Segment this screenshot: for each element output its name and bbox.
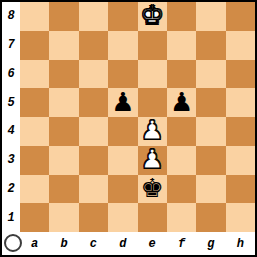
square-e1[interactable] [138,203,167,232]
chess-diagram: 87654321 ♚♟♟♟♟♚ abcdefgh [0,0,257,257]
square-g8[interactable] [196,2,225,31]
piece-black-pawn[interactable]: ♟ [111,89,134,115]
square-a2[interactable] [20,175,49,204]
square-e6[interactable] [138,60,167,89]
file-label-f: f [167,232,196,255]
board: ♚♟♟♟♟♚ [20,2,255,232]
square-d3[interactable] [108,146,137,175]
square-e5[interactable] [138,88,167,117]
square-c1[interactable] [79,203,108,232]
square-e7[interactable] [138,31,167,60]
square-f1[interactable] [167,203,196,232]
rank-label-4: 4 [2,117,20,146]
square-d7[interactable] [108,31,137,60]
square-f7[interactable] [167,31,196,60]
square-c5[interactable] [79,88,108,117]
square-h2[interactable] [226,175,255,204]
piece-black-pawn[interactable]: ♟ [170,89,193,115]
square-a3[interactable] [20,146,49,175]
file-label-h: h [226,232,255,255]
square-d8[interactable] [108,2,137,31]
square-g4[interactable] [196,117,225,146]
square-b1[interactable] [49,203,78,232]
square-e2[interactable]: ♚ [138,175,167,204]
square-d5[interactable]: ♟ [108,88,137,117]
square-g7[interactable] [196,31,225,60]
file-label-e: e [138,232,167,255]
piece-black-king[interactable]: ♚ [141,175,164,201]
square-f8[interactable] [167,2,196,31]
rank-label-8: 8 [2,2,20,31]
square-b3[interactable] [49,146,78,175]
piece-white-king[interactable]: ♚ [141,2,164,28]
square-g1[interactable] [196,203,225,232]
file-label-b: b [49,232,78,255]
file-label-a: a [20,232,49,255]
square-c7[interactable] [79,31,108,60]
white-to-move-indicator [4,234,22,252]
square-a8[interactable] [20,2,49,31]
square-h8[interactable] [226,2,255,31]
square-c8[interactable] [79,2,108,31]
square-c6[interactable] [79,60,108,89]
square-f5[interactable]: ♟ [167,88,196,117]
square-h7[interactable] [226,31,255,60]
square-a6[interactable] [20,60,49,89]
square-c3[interactable] [79,146,108,175]
square-b7[interactable] [49,31,78,60]
square-h4[interactable] [226,117,255,146]
rank-labels: 87654321 [2,2,20,232]
square-h5[interactable] [226,88,255,117]
square-d2[interactable] [108,175,137,204]
rank-label-1: 1 [2,203,20,232]
square-g2[interactable] [196,175,225,204]
piece-white-pawn[interactable]: ♟ [141,117,164,143]
file-label-c: c [79,232,108,255]
square-d6[interactable] [108,60,137,89]
square-a5[interactable] [20,88,49,117]
square-g6[interactable] [196,60,225,89]
square-b5[interactable] [49,88,78,117]
square-f6[interactable] [167,60,196,89]
square-d1[interactable] [108,203,137,232]
square-a4[interactable] [20,117,49,146]
square-c2[interactable] [79,175,108,204]
square-d4[interactable] [108,117,137,146]
square-g3[interactable] [196,146,225,175]
square-e3[interactable]: ♟ [138,146,167,175]
square-a1[interactable] [20,203,49,232]
square-f2[interactable] [167,175,196,204]
rank-label-5: 5 [2,88,20,117]
square-h6[interactable] [226,60,255,89]
rank-label-6: 6 [2,60,20,89]
rank-label-7: 7 [2,31,20,60]
square-f3[interactable] [167,146,196,175]
file-labels: abcdefgh [20,232,255,255]
square-h1[interactable] [226,203,255,232]
file-label-d: d [108,232,137,255]
square-a7[interactable] [20,31,49,60]
square-g5[interactable] [196,88,225,117]
square-b6[interactable] [49,60,78,89]
rank-label-3: 3 [2,146,20,175]
square-b4[interactable] [49,117,78,146]
piece-white-pawn[interactable]: ♟ [141,146,164,172]
square-e8[interactable]: ♚ [138,2,167,31]
square-b8[interactable] [49,2,78,31]
square-c4[interactable] [79,117,108,146]
file-label-g: g [196,232,225,255]
square-f4[interactable] [167,117,196,146]
square-b2[interactable] [49,175,78,204]
rank-label-2: 2 [2,175,20,204]
square-h3[interactable] [226,146,255,175]
square-e4[interactable]: ♟ [138,117,167,146]
